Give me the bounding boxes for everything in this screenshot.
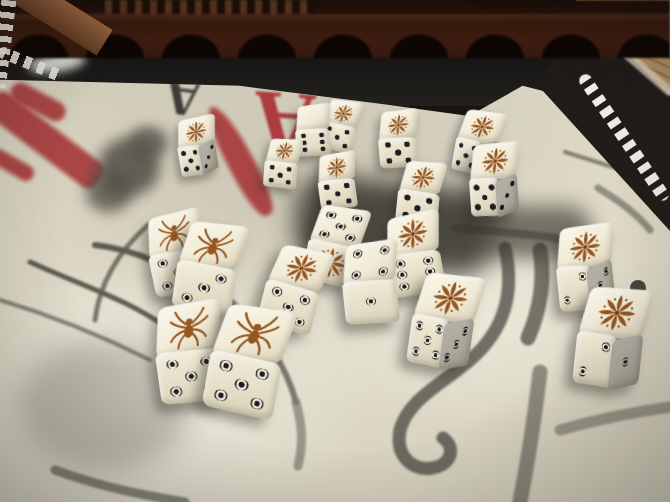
die-front-face bbox=[342, 279, 400, 325]
pip bbox=[482, 193, 488, 200]
pip bbox=[380, 245, 390, 254]
pip bbox=[184, 166, 189, 172]
star-motif bbox=[402, 163, 446, 193]
pip-grid bbox=[349, 244, 392, 282]
pip-grid bbox=[200, 143, 217, 172]
spider-motif bbox=[160, 301, 217, 355]
pip bbox=[325, 211, 337, 219]
pip bbox=[473, 184, 479, 191]
pip bbox=[215, 274, 227, 285]
pip bbox=[475, 203, 481, 210]
pip bbox=[403, 194, 411, 201]
die-side-face bbox=[495, 173, 519, 218]
pip bbox=[394, 150, 402, 156]
star-motif bbox=[418, 275, 483, 320]
pip bbox=[404, 141, 412, 147]
pip bbox=[334, 134, 341, 140]
pip bbox=[500, 202, 504, 210]
pip bbox=[323, 184, 331, 190]
pip bbox=[343, 129, 350, 135]
pip bbox=[157, 259, 169, 268]
pip bbox=[334, 191, 342, 197]
pip bbox=[579, 272, 586, 281]
pip bbox=[366, 298, 377, 307]
pip bbox=[193, 149, 198, 155]
pip bbox=[344, 234, 356, 242]
pip bbox=[579, 365, 587, 376]
pip bbox=[488, 183, 494, 190]
pip bbox=[218, 359, 233, 373]
pip-grid bbox=[611, 340, 639, 384]
pip-grid bbox=[316, 209, 365, 243]
die-front-face bbox=[263, 160, 298, 190]
pip bbox=[299, 294, 311, 305]
pip bbox=[602, 341, 610, 352]
pip bbox=[269, 164, 275, 170]
pip bbox=[206, 154, 210, 161]
star-motif bbox=[381, 110, 415, 139]
die-side-face bbox=[607, 334, 643, 390]
pip bbox=[319, 146, 326, 151]
pip bbox=[255, 367, 270, 381]
pip bbox=[505, 191, 509, 199]
pip bbox=[622, 356, 629, 366]
die-11-top-4[interactable] bbox=[338, 240, 400, 326]
pip bbox=[268, 178, 274, 184]
pip bbox=[384, 142, 392, 148]
dice-layer bbox=[0, 0, 670, 502]
pip bbox=[353, 249, 363, 258]
pip bbox=[184, 371, 198, 382]
pip bbox=[604, 267, 609, 277]
pip bbox=[277, 172, 283, 178]
pip-grid bbox=[267, 163, 294, 187]
star-motif bbox=[267, 140, 300, 162]
pip bbox=[198, 283, 210, 294]
pip-grid bbox=[498, 178, 517, 213]
pip bbox=[510, 179, 514, 187]
pip bbox=[300, 133, 307, 138]
pip bbox=[351, 215, 363, 223]
pip bbox=[250, 397, 265, 411]
pip bbox=[378, 267, 388, 276]
pip bbox=[423, 256, 434, 265]
pip bbox=[335, 222, 347, 230]
pip-grid bbox=[210, 356, 273, 413]
pip-grid bbox=[322, 182, 354, 207]
pip bbox=[385, 158, 393, 164]
pip bbox=[188, 158, 193, 164]
pip bbox=[345, 198, 353, 204]
pip bbox=[319, 139, 326, 144]
pip bbox=[195, 165, 200, 171]
die-16-top-star[interactable] bbox=[572, 284, 648, 389]
pip bbox=[490, 203, 496, 210]
star-motif bbox=[473, 143, 517, 179]
pip bbox=[343, 183, 351, 189]
pip bbox=[302, 147, 309, 152]
pip bbox=[397, 271, 408, 280]
pip-grid bbox=[472, 182, 497, 212]
pip bbox=[395, 260, 406, 269]
pip-grid bbox=[443, 324, 471, 364]
pip bbox=[351, 270, 361, 279]
pip bbox=[318, 230, 330, 238]
pip bbox=[285, 180, 291, 186]
photo-scene: A A bbox=[0, 0, 670, 502]
die-side-face bbox=[439, 318, 475, 369]
pip bbox=[399, 282, 410, 291]
die-2-top-star[interactable] bbox=[263, 138, 299, 190]
pip bbox=[318, 132, 325, 137]
pip bbox=[435, 324, 443, 334]
pip-grid bbox=[577, 336, 612, 382]
pip bbox=[169, 386, 183, 397]
pip bbox=[453, 339, 460, 349]
pip bbox=[286, 167, 292, 173]
pip bbox=[564, 296, 571, 305]
pip-grid bbox=[348, 284, 394, 320]
pip bbox=[444, 352, 451, 362]
pip bbox=[413, 204, 421, 211]
pip bbox=[203, 163, 207, 170]
pip bbox=[165, 359, 179, 370]
pip bbox=[234, 378, 249, 392]
pip bbox=[162, 281, 174, 290]
pip bbox=[431, 350, 439, 360]
pip bbox=[425, 197, 433, 204]
pip bbox=[424, 335, 432, 345]
pip-grid bbox=[299, 131, 328, 153]
pip bbox=[458, 141, 464, 148]
pip bbox=[271, 286, 283, 297]
pip bbox=[209, 144, 213, 151]
pip bbox=[412, 346, 420, 356]
pip bbox=[416, 320, 424, 330]
die-1-top-star[interactable] bbox=[172, 115, 219, 178]
star-motif bbox=[583, 290, 651, 336]
die-9-top-star[interactable] bbox=[467, 142, 520, 217]
pip bbox=[213, 388, 228, 402]
pip bbox=[455, 158, 461, 165]
pip bbox=[463, 326, 470, 336]
pip bbox=[181, 151, 186, 157]
die-14-top-star[interactable] bbox=[406, 270, 480, 371]
pip bbox=[341, 143, 348, 149]
